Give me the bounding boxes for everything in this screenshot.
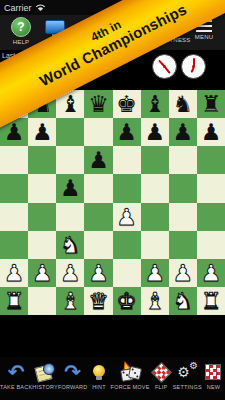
black-pawn: ♟ (32, 118, 53, 146)
force-move-label: FORCE MOVE (111, 384, 150, 390)
square-h3[interactable] (197, 231, 225, 259)
square-b1[interactable] (28, 287, 56, 315)
square-d1[interactable]: ♛ (84, 287, 112, 315)
white-clock-icon (152, 54, 177, 79)
white-pawn: ♟ (201, 259, 222, 287)
square-a6[interactable] (0, 146, 28, 174)
white-bishop: ♝ (144, 287, 165, 315)
white-pawn: ♟ (88, 259, 109, 287)
square-b4[interactable] (28, 203, 56, 231)
black-pawn: ♟ (60, 174, 81, 202)
black-queen: ♛ (88, 90, 109, 118)
square-a3[interactable] (0, 231, 28, 259)
white-queen: ♛ (88, 287, 109, 315)
square-f3[interactable] (141, 231, 169, 259)
square-d3[interactable] (84, 231, 112, 259)
square-b7[interactable]: ♟ (28, 118, 56, 146)
square-g8[interactable]: ♞ (169, 90, 197, 118)
history-label: HISTORY (32, 384, 58, 390)
undo-icon: ↶ (8, 361, 25, 383)
square-f1[interactable]: ♝ (141, 287, 169, 315)
square-d4[interactable] (84, 203, 112, 231)
wifi-icon (35, 3, 46, 12)
square-h5[interactable] (197, 174, 225, 202)
square-e2[interactable] (113, 259, 141, 287)
force-move-button[interactable]: FORCE MOVE (111, 361, 150, 390)
history-button[interactable]: HISTORY (32, 361, 58, 390)
help-button[interactable]: ? HELP (4, 17, 38, 45)
black-king: ♚ (116, 90, 137, 118)
flip-button[interactable]: FLIP (150, 361, 173, 390)
white-pawn: ♟ (173, 259, 194, 287)
white-pawn: ♟ (144, 259, 165, 287)
square-a1[interactable]: ♜ (0, 287, 28, 315)
take-back-label: TAKE BACK (0, 384, 32, 390)
square-f5[interactable] (141, 174, 169, 202)
square-h1[interactable]: ♜ (197, 287, 225, 315)
square-f6[interactable] (141, 146, 169, 174)
new-label: NEW (207, 384, 220, 390)
square-g4[interactable] (169, 203, 197, 231)
black-pawn: ♟ (201, 118, 222, 146)
settings-label: SETTINGS (173, 384, 202, 390)
chess-board: ♜♞♝♛♚♝♞♜♟♟♟♟♟♟♟♟♟♞♟♟♟♟♟♟♟♜♝♛♚♝♞♜ (0, 90, 225, 315)
square-e1[interactable]: ♚ (113, 287, 141, 315)
hint-button[interactable]: HINT (87, 361, 110, 390)
square-c3[interactable]: ♞ (56, 231, 84, 259)
forward-label: FORWARD (58, 384, 88, 390)
black-knight: ♞ (173, 90, 194, 118)
black-pawn: ♟ (88, 146, 109, 174)
square-c7[interactable] (56, 118, 84, 146)
square-d2[interactable]: ♟ (84, 259, 112, 287)
square-g1[interactable]: ♞ (169, 287, 197, 315)
lightbulb-icon (88, 361, 110, 383)
black-bishop: ♝ (144, 90, 165, 118)
white-pawn: ♟ (60, 259, 81, 287)
square-a2[interactable]: ♟ (0, 259, 28, 287)
square-h4[interactable] (197, 203, 225, 231)
square-e6[interactable] (113, 146, 141, 174)
square-g7[interactable]: ♟ (169, 118, 197, 146)
square-c4[interactable] (56, 203, 84, 231)
square-c6[interactable] (56, 146, 84, 174)
square-e7[interactable]: ♟ (113, 118, 141, 146)
square-g5[interactable] (169, 174, 197, 202)
flip-label: FLIP (155, 384, 167, 390)
square-e5[interactable] (113, 174, 141, 202)
black-pawn: ♟ (116, 118, 137, 146)
redo-icon: ↷ (64, 361, 81, 383)
white-pawn: ♟ (4, 259, 25, 287)
new-game-button[interactable]: NEW (202, 361, 225, 390)
black-pawn: ♟ (173, 118, 194, 146)
menu-label: MENU (195, 34, 213, 40)
forward-button[interactable]: ↷ FORWARD (58, 361, 88, 390)
white-knight: ♞ (173, 287, 194, 315)
lower-gap (0, 315, 225, 357)
take-back-button[interactable]: ↶ TAKE BACK (0, 361, 32, 390)
flip-board-icon (150, 361, 172, 383)
hint-label: HINT (92, 384, 106, 390)
history-icon (34, 361, 56, 383)
help-label: HELP (13, 39, 29, 45)
square-b6[interactable] (28, 146, 56, 174)
white-bishop: ♝ (60, 287, 81, 315)
black-clock-icon (181, 54, 206, 79)
settings-button[interactable]: ⚙ ⚙ SETTINGS (173, 361, 202, 390)
black-rook: ♜ (201, 90, 222, 118)
square-h2[interactable]: ♟ (197, 259, 225, 287)
square-b3[interactable] (28, 231, 56, 259)
square-f2[interactable]: ♟ (141, 259, 169, 287)
white-rook: ♜ (201, 287, 222, 315)
white-rook: ♜ (4, 287, 25, 315)
white-pawn: ♟ (116, 203, 137, 231)
square-f7[interactable]: ♟ (141, 118, 169, 146)
square-h7[interactable]: ♟ (197, 118, 225, 146)
square-h8[interactable]: ♜ (197, 90, 225, 118)
square-c2[interactable]: ♟ (56, 259, 84, 287)
white-knight: ♞ (60, 231, 81, 259)
square-g3[interactable] (169, 231, 197, 259)
square-d6[interactable]: ♟ (84, 146, 112, 174)
black-pawn: ♟ (144, 118, 165, 146)
white-king: ♚ (116, 287, 137, 315)
dice-flame-icon (119, 361, 141, 383)
square-g6[interactable] (169, 146, 197, 174)
bottom-toolbar: ↶ TAKE BACK HISTORY ↷ FORWARD HINT FORCE… (0, 357, 225, 400)
square-e3[interactable] (113, 231, 141, 259)
gears-icon: ⚙ ⚙ (176, 361, 198, 383)
square-d5[interactable] (84, 174, 112, 202)
square-g2[interactable]: ♟ (169, 259, 197, 287)
square-e8[interactable]: ♚ (113, 90, 141, 118)
carrier-label: Carrier (4, 3, 32, 13)
white-pawn: ♟ (32, 259, 53, 287)
square-a5[interactable] (0, 174, 28, 202)
square-f8[interactable]: ♝ (141, 90, 169, 118)
checkered-flag-icon (202, 361, 224, 383)
square-f4[interactable] (141, 203, 169, 231)
square-d7[interactable] (84, 118, 112, 146)
square-a4[interactable] (0, 203, 28, 231)
square-h6[interactable] (197, 146, 225, 174)
square-b5[interactable] (28, 174, 56, 202)
square-e4[interactable]: ♟ (113, 203, 141, 231)
help-icon: ? (11, 17, 31, 37)
square-c5[interactable]: ♟ (56, 174, 84, 202)
square-c1[interactable]: ♝ (56, 287, 84, 315)
square-d8[interactable]: ♛ (84, 90, 112, 118)
square-b2[interactable]: ♟ (28, 259, 56, 287)
